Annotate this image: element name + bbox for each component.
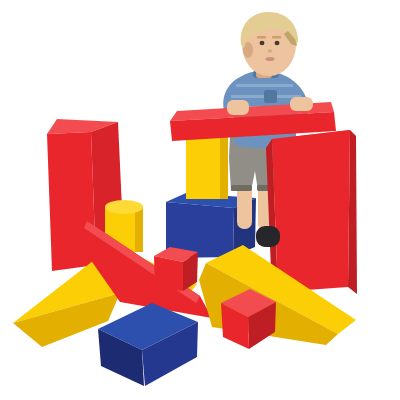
yellow-cylinder-short-shade [135,207,143,252]
small-red-cube-front [154,256,183,291]
boy-brow-right [272,36,281,39]
boy-brow-left [257,36,266,39]
boy-shirt-stripe-1 [236,84,293,87]
boy-right-hand [290,97,313,111]
yellow-cylinder-tall-shade [220,133,228,199]
boy-nose [268,49,273,53]
boy-shorts-hem-left [231,185,252,191]
boy-left-hand [227,100,249,115]
red-slab-front [272,130,350,292]
yellow-cylinder-short-top [105,200,143,214]
product-photo [0,0,400,400]
boy-pocket [264,90,277,103]
boy-shoe [256,226,280,247]
boy-eye-left [260,41,265,45]
boy-mouth [266,57,275,61]
boy-eye-right [275,41,280,45]
scene-svg [0,0,400,400]
